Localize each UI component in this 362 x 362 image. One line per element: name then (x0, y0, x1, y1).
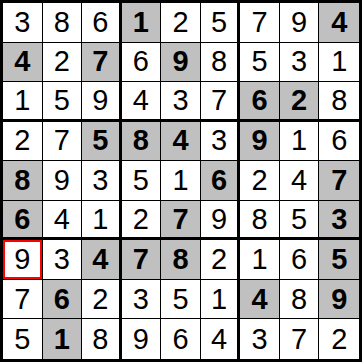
cell-r5c6[interactable]: 6 (201, 161, 241, 201)
cell-r5c1[interactable]: 8 (3, 161, 43, 201)
cell-r8c1[interactable]: 7 (3, 280, 43, 320)
cell-r5c8[interactable]: 4 (280, 161, 320, 201)
cell-r4c1[interactable]: 2 (3, 122, 43, 162)
cell-r9c1[interactable]: 5 (3, 319, 43, 359)
cell-r6c4[interactable]: 2 (122, 201, 162, 241)
cell-r8c5[interactable]: 5 (161, 280, 201, 320)
cell-r6c2[interactable]: 4 (43, 201, 83, 241)
cell-r3c6[interactable]: 7 (201, 82, 241, 122)
cell-r8c7[interactable]: 4 (240, 280, 280, 320)
cell-r6c9[interactable]: 3 (319, 201, 359, 241)
cell-r2c4[interactable]: 6 (122, 43, 162, 83)
cell-r6c1[interactable]: 6 (3, 201, 43, 241)
cell-r7c5[interactable]: 8 (161, 240, 201, 280)
cell-r2c5[interactable]: 9 (161, 43, 201, 83)
cell-r3c7[interactable]: 6 (240, 82, 280, 122)
cell-r1c3[interactable]: 6 (82, 3, 122, 43)
cell-r7c2[interactable]: 3 (43, 240, 83, 280)
cell-r5c3[interactable]: 3 (82, 161, 122, 201)
cell-r5c2[interactable]: 9 (43, 161, 83, 201)
cell-r2c9[interactable]: 1 (319, 43, 359, 83)
cell-r2c6[interactable]: 8 (201, 43, 241, 83)
cell-r3c1[interactable]: 1 (3, 82, 43, 122)
cell-r5c5[interactable]: 1 (161, 161, 201, 201)
cell-r3c3[interactable]: 9 (82, 82, 122, 122)
sudoku-board: 3861257944276985311594376282758439168935… (0, 0, 362, 362)
cell-r6c5[interactable]: 7 (161, 201, 201, 241)
cell-r4c7[interactable]: 9 (240, 122, 280, 162)
cell-r8c6[interactable]: 1 (201, 280, 241, 320)
cell-r6c3[interactable]: 1 (82, 201, 122, 241)
cell-r2c8[interactable]: 3 (280, 43, 320, 83)
cell-r9c5[interactable]: 6 (161, 319, 201, 359)
cell-r4c4[interactable]: 8 (122, 122, 162, 162)
cell-r9c3[interactable]: 8 (82, 319, 122, 359)
cell-r7c1[interactable]: 9 (3, 240, 43, 280)
cell-r3c5[interactable]: 3 (161, 82, 201, 122)
cell-r7c9[interactable]: 5 (319, 240, 359, 280)
cell-r4c8[interactable]: 1 (280, 122, 320, 162)
cell-r3c2[interactable]: 5 (43, 82, 83, 122)
cell-r3c9[interactable]: 8 (319, 82, 359, 122)
cell-r6c7[interactable]: 8 (240, 201, 280, 241)
cell-r5c4[interactable]: 5 (122, 161, 162, 201)
cell-r4c5[interactable]: 4 (161, 122, 201, 162)
cell-r9c7[interactable]: 3 (240, 319, 280, 359)
cell-r1c2[interactable]: 8 (43, 3, 83, 43)
cell-r7c8[interactable]: 6 (280, 240, 320, 280)
cell-r6c8[interactable]: 5 (280, 201, 320, 241)
cell-r9c4[interactable]: 9 (122, 319, 162, 359)
cell-r1c8[interactable]: 9 (280, 3, 320, 43)
cell-r2c3[interactable]: 7 (82, 43, 122, 83)
cell-r9c9[interactable]: 2 (319, 319, 359, 359)
cell-r7c6[interactable]: 2 (201, 240, 241, 280)
cell-r8c4[interactable]: 3 (122, 280, 162, 320)
cell-r4c3[interactable]: 5 (82, 122, 122, 162)
cell-r7c4[interactable]: 7 (122, 240, 162, 280)
cell-r1c6[interactable]: 5 (201, 3, 241, 43)
cell-r3c4[interactable]: 4 (122, 82, 162, 122)
cell-r9c6[interactable]: 4 (201, 319, 241, 359)
cell-r2c2[interactable]: 2 (43, 43, 83, 83)
cell-r9c8[interactable]: 7 (280, 319, 320, 359)
cell-r3c8[interactable]: 2 (280, 82, 320, 122)
cell-r8c2[interactable]: 6 (43, 280, 83, 320)
cell-r4c6[interactable]: 3 (201, 122, 241, 162)
cell-r4c2[interactable]: 7 (43, 122, 83, 162)
cell-r7c3[interactable]: 4 (82, 240, 122, 280)
cell-r8c3[interactable]: 2 (82, 280, 122, 320)
cell-r6c6[interactable]: 9 (201, 201, 241, 241)
cell-r1c7[interactable]: 7 (240, 3, 280, 43)
cell-r5c9[interactable]: 7 (319, 161, 359, 201)
cell-r5c7[interactable]: 2 (240, 161, 280, 201)
cell-r9c2[interactable]: 1 (43, 319, 83, 359)
cell-r1c1[interactable]: 3 (3, 3, 43, 43)
cell-r7c7[interactable]: 1 (240, 240, 280, 280)
cell-r2c1[interactable]: 4 (3, 43, 43, 83)
cell-r1c5[interactable]: 2 (161, 3, 201, 43)
cell-r2c7[interactable]: 5 (240, 43, 280, 83)
cell-r1c9[interactable]: 4 (319, 3, 359, 43)
cell-r8c9[interactable]: 9 (319, 280, 359, 320)
cell-r8c8[interactable]: 8 (280, 280, 320, 320)
cell-r1c4[interactable]: 1 (122, 3, 162, 43)
cell-r4c9[interactable]: 6 (319, 122, 359, 162)
